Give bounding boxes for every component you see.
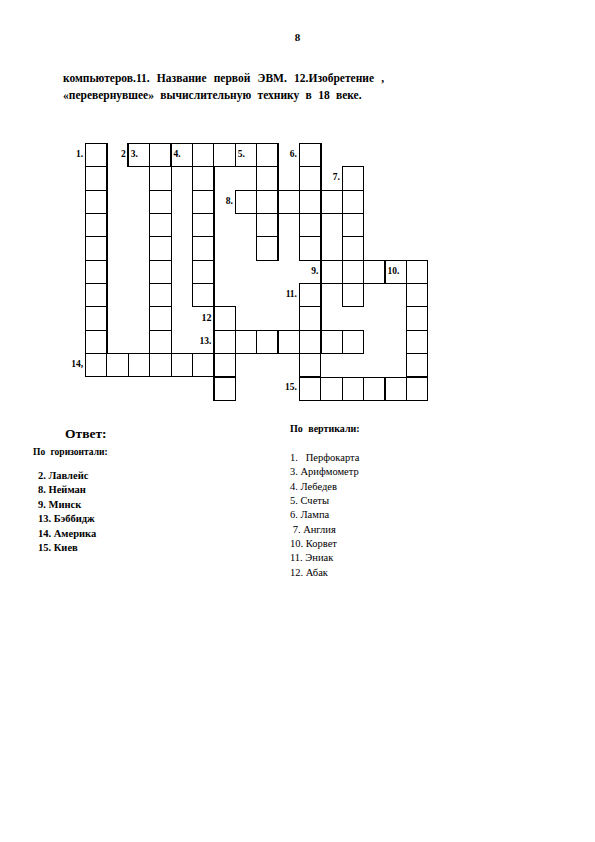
grid-cell <box>299 330 321 354</box>
grid-cell <box>256 143 278 167</box>
bold-grid-line <box>384 377 386 401</box>
grid-cell <box>85 260 107 284</box>
intro-line-2: «перевернувшее» вычислительную технику в… <box>63 87 423 104</box>
grid-cell <box>342 236 364 260</box>
bold-grid-line <box>277 143 279 261</box>
bold-grid-line <box>384 260 386 284</box>
grid-cell <box>149 330 171 354</box>
bold-grid-line <box>277 330 279 354</box>
grid-cell <box>85 143 107 167</box>
clue-number: 15. <box>278 377 299 400</box>
grid-cell <box>299 213 321 237</box>
grid-cell <box>256 236 278 260</box>
grid-cell <box>85 236 107 260</box>
grid-cell <box>235 190 257 214</box>
clue-number: 12 <box>192 306 213 329</box>
answer-item: 11. Эниак <box>290 551 359 565</box>
grid-cell <box>278 190 300 214</box>
grid-cell <box>342 213 364 237</box>
grid-cell: 5. <box>235 143 257 167</box>
grid-cell <box>192 213 214 237</box>
across-answers-list: 2. Лавлейс8. Нейман9. Минск13. Бэббидж14… <box>38 469 96 555</box>
grid-cell <box>299 283 321 307</box>
grid-cell <box>85 283 107 307</box>
clue-number: 5. <box>236 150 245 160</box>
grid-cell <box>149 260 171 284</box>
bold-grid-line <box>213 166 215 401</box>
grid-cell <box>342 330 364 354</box>
grid-cell <box>171 353 193 377</box>
grid-cell <box>256 330 278 354</box>
intro-line-1: компьютеров.11. Название первой ЭВМ. 12.… <box>63 70 423 87</box>
grid-cell <box>149 166 171 190</box>
grid-cell <box>85 330 107 354</box>
grid-cell <box>149 190 171 214</box>
grid-cell <box>363 377 385 401</box>
answer-item: 13. Бэббидж <box>38 512 96 526</box>
grid-cell <box>192 166 214 190</box>
answer-item: 8. Нейман <box>38 483 96 497</box>
grid-cell <box>342 166 364 190</box>
grid-cell <box>320 330 342 354</box>
grid-cell <box>149 283 171 307</box>
grid-cell <box>320 377 342 401</box>
grid-cell <box>363 260 385 284</box>
grid-cell <box>213 143 235 167</box>
answer-item: 12. Абак <box>290 566 359 580</box>
answer-item: 5. Счеты <box>290 494 359 508</box>
answer-item: 9. Минск <box>38 498 96 512</box>
grid-cell: 3. <box>128 143 150 167</box>
grid-cell <box>256 166 278 190</box>
grid-cell <box>85 306 107 330</box>
grid-cell: 4. <box>171 143 193 167</box>
grid-cell <box>213 377 235 401</box>
grid-cell <box>192 236 214 260</box>
clue-number: 10. <box>386 267 400 277</box>
intro-paragraph: компьютеров.11. Название первой ЭВМ. 12.… <box>63 70 423 103</box>
grid-cell <box>192 190 214 214</box>
grid-cell <box>85 353 107 377</box>
grid-cell <box>342 377 364 401</box>
clue-number: 2 <box>106 143 127 166</box>
grid-cell <box>192 353 214 377</box>
grid-cell <box>406 353 428 377</box>
clue-number: 13. <box>192 330 213 353</box>
grid-cell <box>213 330 235 354</box>
grid-cell <box>299 166 321 190</box>
clue-number: 11. <box>278 283 299 306</box>
grid-cell <box>406 330 428 354</box>
answer-item: 7. Англия <box>290 523 359 537</box>
answer-item: 2. Лавлейс <box>38 469 96 483</box>
bold-grid-line <box>106 143 108 354</box>
clue-number: 7. <box>320 166 341 189</box>
answer-item: 10. Корвет <box>290 537 359 551</box>
clue-number: 14, <box>65 353 85 376</box>
grid-cell <box>342 283 364 307</box>
grid-cell <box>256 190 278 214</box>
answer-item: 4. Лебедев <box>290 480 359 494</box>
grid-cell <box>299 353 321 377</box>
grid-cell <box>235 330 257 354</box>
answer-item: 3. Арифмометр <box>290 465 359 479</box>
grid-cell <box>192 283 214 307</box>
across-answers-header: По горизонтали: <box>33 447 108 457</box>
down-answers-list: 1. Перфокарта3. Арифмометр4. Лебедев5. С… <box>290 451 359 580</box>
grid-cell <box>192 260 214 284</box>
grid-cell <box>149 236 171 260</box>
grid-cell <box>406 306 428 330</box>
grid-cell <box>406 283 428 307</box>
grid-cell <box>149 143 171 167</box>
grid-cell <box>278 330 300 354</box>
clue-number: 3. <box>129 150 138 160</box>
answer-item: 15. Киев <box>38 541 96 555</box>
grid-cell <box>213 353 235 377</box>
answer-item: 14. Америка <box>38 527 96 541</box>
grid-cell <box>342 260 364 284</box>
grid-cell <box>385 377 407 401</box>
clue-number: 1. <box>65 143 85 166</box>
grid-cell <box>256 213 278 237</box>
grid-cell <box>149 213 171 237</box>
grid-cell <box>299 236 321 260</box>
grid-cell: 10. <box>385 260 407 284</box>
document-page: 8 компьютеров.11. Название первой ЭВМ. 1… <box>0 0 595 842</box>
grid-cell <box>406 260 428 284</box>
grid-cell <box>106 353 128 377</box>
grid-cell <box>320 260 342 284</box>
page-number: 8 <box>0 31 595 43</box>
bold-grid-line <box>127 143 129 167</box>
crossword-grid: 3.4.5.10.1.26.7.8.9.11.1213.14,15. <box>65 143 429 402</box>
answer-item: 1. Перфокарта <box>290 451 359 465</box>
grid-cell <box>299 190 321 214</box>
clue-number: 6. <box>278 143 299 166</box>
bold-grid-line <box>170 143 172 167</box>
grid-cell <box>299 377 321 401</box>
grid-cell <box>128 353 150 377</box>
grid-cell <box>299 143 321 167</box>
grid-cell <box>85 166 107 190</box>
bold-grid-line <box>320 143 322 354</box>
clue-number: 8. <box>213 190 234 213</box>
grid-cell <box>85 213 107 237</box>
grid-cell <box>213 306 235 330</box>
grid-cell <box>85 190 107 214</box>
down-answers-header: По вертикали: <box>290 423 360 434</box>
grid-cell <box>149 353 171 377</box>
answers-title: Ответ: <box>65 426 107 442</box>
grid-cell <box>299 306 321 330</box>
grid-cell <box>406 377 428 401</box>
grid-cell <box>192 143 214 167</box>
clue-number: 4. <box>172 150 181 160</box>
grid-cell <box>149 306 171 330</box>
grid-cell <box>342 190 364 214</box>
answer-item: 6. Лампа <box>290 508 359 522</box>
grid-cell <box>320 190 342 214</box>
clue-number: 9. <box>299 260 320 283</box>
